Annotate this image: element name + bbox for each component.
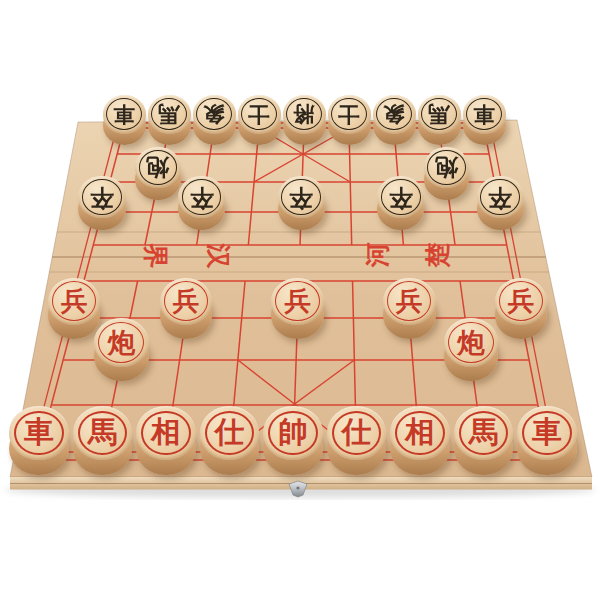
piece-character: 車 xyxy=(473,103,495,125)
piece-black-advisor[interactable]: 士 xyxy=(328,95,371,145)
piece-character: 馬 xyxy=(428,103,450,125)
piece-character: 車 xyxy=(24,418,54,448)
piece-black-soldier[interactable]: 卒 xyxy=(178,176,225,231)
piece-character: 炮 xyxy=(146,156,169,179)
piece-face: 將 xyxy=(283,95,326,134)
piece-red-soldier[interactable]: 兵 xyxy=(48,278,101,339)
river-character: 楚 xyxy=(423,243,452,269)
piece-red-elephant[interactable]: 相 xyxy=(390,406,449,475)
piece-character: 卒 xyxy=(90,185,114,209)
piece-character: 車 xyxy=(113,103,135,125)
piece-red-soldier[interactable]: 兵 xyxy=(383,278,436,339)
piece-red-horse[interactable]: 馬 xyxy=(454,406,513,475)
piece-character: 卒 xyxy=(389,185,413,209)
piece-character: 兵 xyxy=(396,288,422,314)
piece-character: 兵 xyxy=(508,288,534,314)
piece-character: 卒 xyxy=(190,185,214,209)
piece-black-soldier[interactable]: 卒 xyxy=(278,176,325,231)
piece-face: 卒 xyxy=(78,176,125,219)
piece-character: 兵 xyxy=(284,288,310,314)
piece-face: 馬 xyxy=(73,406,132,459)
piece-character: 仕 xyxy=(215,418,245,448)
piece-red-soldier[interactable]: 兵 xyxy=(271,278,324,339)
piece-black-horse[interactable]: 馬 xyxy=(418,95,461,145)
piece-red-advisor[interactable]: 仕 xyxy=(200,406,259,475)
piece-character: 車 xyxy=(532,418,562,448)
piece-face: 卒 xyxy=(377,176,424,219)
piece-face: 炮 xyxy=(94,318,149,367)
piece-face: 相 xyxy=(136,406,195,459)
piece-face: 士 xyxy=(328,95,371,134)
piece-red-horse[interactable]: 馬 xyxy=(73,406,132,475)
piece-character: 馬 xyxy=(469,418,499,448)
piece-character: 相 xyxy=(151,418,181,448)
piece-character: 士 xyxy=(248,103,270,125)
piece-face: 象 xyxy=(193,95,236,134)
piece-face: 卒 xyxy=(278,176,325,219)
piece-face: 車 xyxy=(463,95,506,134)
piece-face: 兵 xyxy=(48,278,101,325)
piece-character: 兵 xyxy=(61,288,87,314)
piece-face: 車 xyxy=(103,95,146,134)
piece-face: 兵 xyxy=(495,278,548,325)
piece-face: 兵 xyxy=(383,278,436,325)
piece-face: 卒 xyxy=(178,176,225,219)
piece-black-cannon[interactable]: 炮 xyxy=(135,147,181,200)
river-character: 界 xyxy=(141,243,170,269)
piece-character: 象 xyxy=(383,103,405,125)
river-character: 河 xyxy=(363,243,392,269)
piece-face: 馬 xyxy=(454,406,513,459)
piece-character: 馬 xyxy=(88,418,118,448)
piece-black-horse[interactable]: 馬 xyxy=(148,95,191,145)
piece-face: 炮 xyxy=(444,318,499,367)
piece-red-elephant[interactable]: 相 xyxy=(136,406,195,475)
piece-black-elephant[interactable]: 象 xyxy=(193,95,236,145)
piece-face: 士 xyxy=(238,95,281,134)
piece-black-chariot[interactable]: 車 xyxy=(103,95,146,145)
piece-face: 車 xyxy=(517,406,576,459)
piece-red-general[interactable]: 帥 xyxy=(263,406,322,475)
piece-character: 象 xyxy=(203,103,225,125)
piece-black-chariot[interactable]: 車 xyxy=(463,95,506,145)
piece-red-cannon[interactable]: 炮 xyxy=(94,318,149,381)
piece-black-soldier[interactable]: 卒 xyxy=(78,176,125,231)
piece-character: 炮 xyxy=(457,329,484,356)
piece-character: 炮 xyxy=(108,329,135,356)
piece-character: 卒 xyxy=(488,185,512,209)
piece-face: 仕 xyxy=(200,406,259,459)
piece-red-soldier[interactable]: 兵 xyxy=(160,278,213,339)
piece-character: 帥 xyxy=(278,418,308,448)
piece-face: 炮 xyxy=(135,147,181,188)
piece-face: 仕 xyxy=(327,406,386,459)
piece-face: 相 xyxy=(390,406,449,459)
piece-face: 馬 xyxy=(148,95,191,134)
piece-face: 象 xyxy=(373,95,416,134)
piece-black-soldier[interactable]: 卒 xyxy=(477,176,524,231)
piece-character: 馬 xyxy=(158,103,180,125)
piece-character: 相 xyxy=(405,418,435,448)
piece-face: 馬 xyxy=(418,95,461,134)
piece-black-elephant[interactable]: 象 xyxy=(373,95,416,145)
piece-red-soldier[interactable]: 兵 xyxy=(495,278,548,339)
piece-black-general[interactable]: 將 xyxy=(283,95,326,145)
piece-red-cannon[interactable]: 炮 xyxy=(444,318,499,381)
board-photo-stage: 楚河汉界 車馬象士將士象馬車炮炮卒卒卒卒卒兵兵兵兵兵炮炮車馬相仕帥仕相馬車 xyxy=(0,0,600,600)
piece-face: 炮 xyxy=(424,147,470,188)
piece-character: 炮 xyxy=(435,156,458,179)
piece-face: 兵 xyxy=(160,278,213,325)
piece-face: 帥 xyxy=(263,406,322,459)
piece-red-chariot[interactable]: 車 xyxy=(517,406,576,475)
piece-character: 仕 xyxy=(342,418,372,448)
piece-character: 卒 xyxy=(289,185,313,209)
piece-face: 卒 xyxy=(477,176,524,219)
piece-black-cannon[interactable]: 炮 xyxy=(424,147,470,200)
piece-red-advisor[interactable]: 仕 xyxy=(327,406,386,475)
piece-red-chariot[interactable]: 車 xyxy=(9,406,68,475)
piece-character: 將 xyxy=(293,103,315,125)
piece-character: 兵 xyxy=(173,288,199,314)
piece-face: 車 xyxy=(9,406,68,459)
piece-character: 士 xyxy=(338,103,360,125)
piece-face: 兵 xyxy=(271,278,324,325)
piece-black-soldier[interactable]: 卒 xyxy=(377,176,424,231)
piece-black-advisor[interactable]: 士 xyxy=(238,95,281,145)
river-character: 汉 xyxy=(204,243,233,270)
